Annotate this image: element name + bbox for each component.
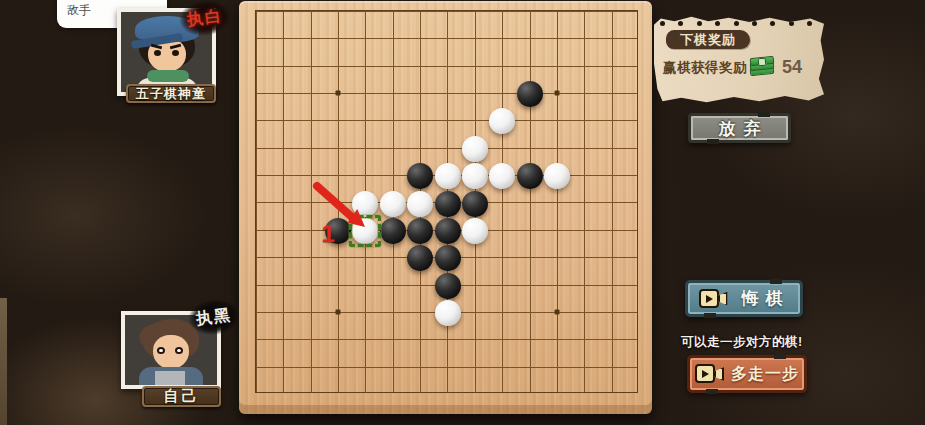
player-eye: [175, 347, 183, 354]
button-clip: [770, 279, 782, 284]
money-icon: [750, 57, 777, 78]
opponent-side-badge: 执白: [177, 0, 233, 39]
opponent-eye: [172, 50, 179, 56]
opponent-eye: [154, 50, 161, 56]
reward-line: 赢棋获得奖励 54: [663, 57, 802, 78]
player-side-badge-text: 执黑: [195, 304, 233, 329]
button-clip: [704, 313, 716, 318]
gomoku-board[interactable]: 1: [239, 1, 652, 414]
opponent-scarf: [147, 70, 189, 82]
reward-panel: 下棋奖励 赢棋获得奖励 54: [654, 16, 824, 103]
button-clip: [774, 354, 786, 359]
background-texture: [0, 298, 7, 425]
speech-bubble-text: 敌手: [67, 2, 91, 19]
video-ad-icon: [695, 363, 725, 385]
button-clip: [758, 112, 770, 117]
opponent-name-plaque: 五子棋神童: [126, 84, 216, 103]
button-clip: [707, 139, 719, 144]
video-ad-icon: [699, 288, 729, 310]
reward-title: 下棋奖励: [680, 31, 736, 49]
undo-label: 悔棋: [735, 287, 790, 310]
extra-step-hint: 可以走一步对方的棋!: [681, 334, 803, 351]
opponent-name: 五子棋神童: [136, 85, 206, 103]
opponent-side-badge-text: 执白: [186, 5, 224, 30]
give-up-label: 放弃: [711, 117, 769, 140]
player-name: 自己: [164, 387, 200, 406]
extra-step-button[interactable]: 多走一步: [687, 355, 807, 393]
reward-title-ribbon: 下棋奖励: [666, 30, 750, 49]
give-up-button[interactable]: 放弃: [688, 113, 791, 143]
game-screen: 敌手 执白 五子棋神童 执黑 自己 1: [0, 0, 925, 425]
paper-holes: [660, 21, 812, 26]
reward-desc: 赢棋获得奖励: [663, 59, 747, 77]
button-clip: [706, 389, 718, 394]
player-eye: [157, 347, 165, 354]
reward-amount: 54: [782, 57, 802, 78]
undo-button[interactable]: 悔棋: [685, 280, 803, 317]
hint-arrow-icon: [255, 10, 638, 393]
player-name-plaque: 自己: [142, 386, 221, 407]
extra-step-label: 多走一步: [731, 364, 799, 385]
